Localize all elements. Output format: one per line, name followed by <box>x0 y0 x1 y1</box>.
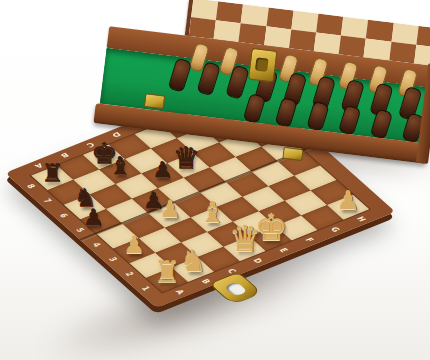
brass-clasp-catch-icon <box>282 147 303 161</box>
box-brass-clasp-icon <box>248 48 278 83</box>
clasp-slot <box>255 57 268 71</box>
chess-set-photo: ABCDEFGH 87654321 ABCDEFGH ♚♛♝♟♜♞♟♟♟♝♟♚♛… <box>0 0 430 360</box>
latch-hole <box>224 281 248 296</box>
box-brass-hinge-icon <box>144 93 166 109</box>
